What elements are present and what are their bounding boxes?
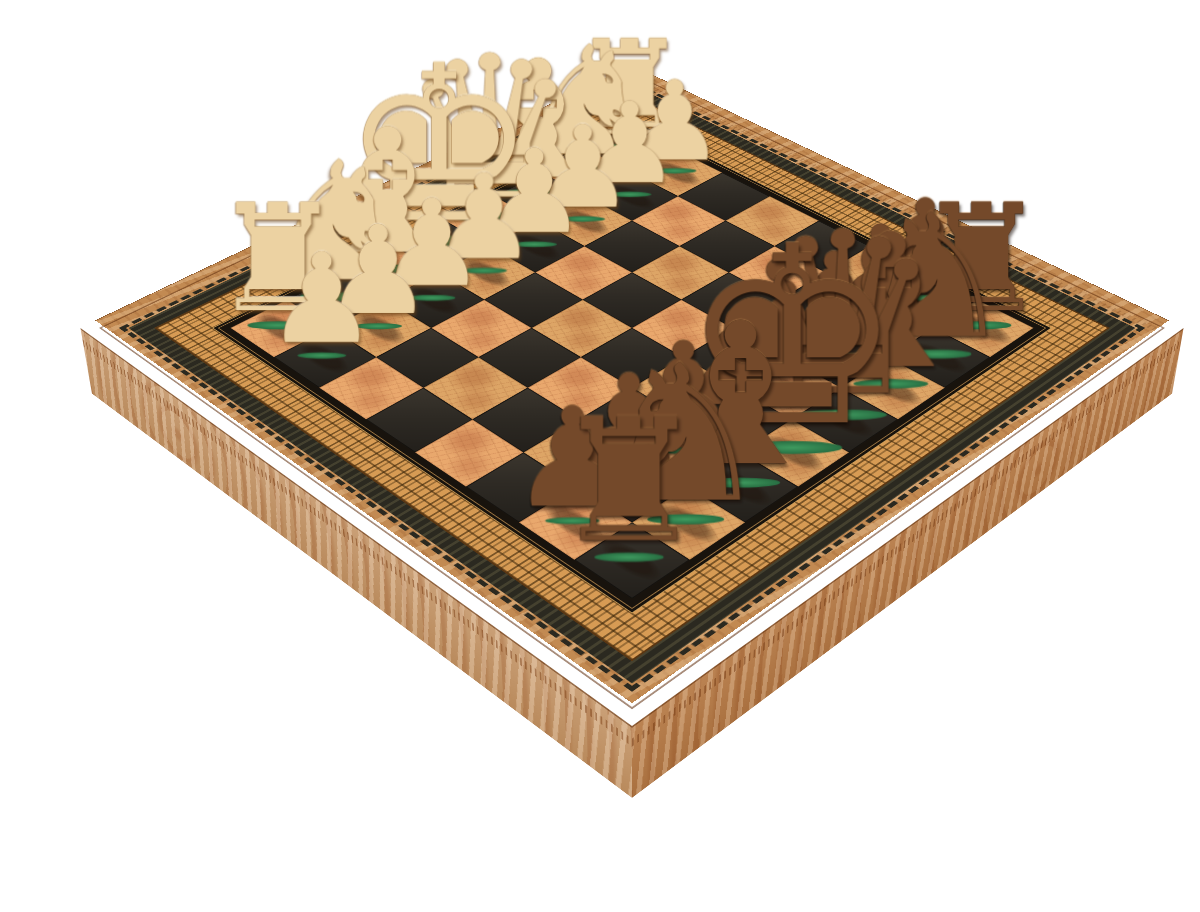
chess-set-photo: ♜♞♝♛♚♝♞♜♟♟♟♟♟♟♟♟♟♟♟♟♟♟♟♟♜♞♝♛♚♝♞♜ (0, 0, 1200, 912)
piece-glyph: ♜ (479, 400, 779, 562)
piece-glyph: ♟ (189, 241, 454, 359)
board-top-face: ♜♞♝♛♚♝♞♜♟♟♟♟♟♟♟♟♟♟♟♟♟♟♟♟♜♞♝♛♚♝♞♜ (80, 66, 1183, 727)
